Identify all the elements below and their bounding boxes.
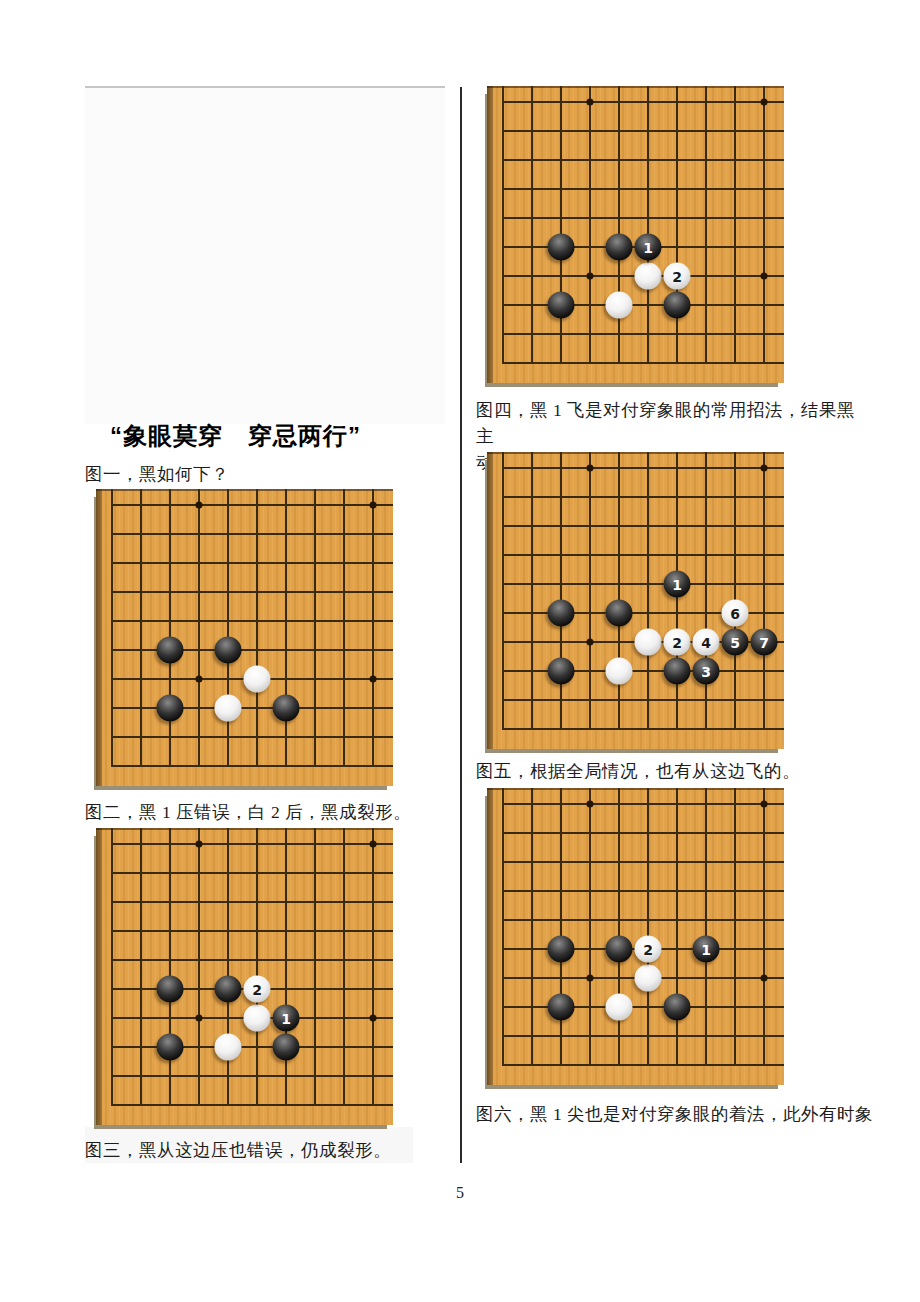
white-stone — [244, 1005, 271, 1032]
grid-line-vertical — [502, 788, 504, 1066]
grid-line-horizontal — [111, 765, 393, 767]
grid-line-horizontal — [502, 1006, 784, 1008]
caption-figure-2: 图二，黑 1 压错误，白 2 后，黑成裂形。 — [85, 799, 411, 825]
go-board-figure-1 — [96, 489, 393, 786]
grid-line-vertical — [676, 86, 678, 364]
grid-line-horizontal — [502, 130, 784, 132]
grid-line-horizontal — [502, 304, 784, 306]
grid-line-vertical — [676, 788, 678, 1066]
black-stone — [606, 234, 633, 261]
caption-figure-6: 图六，黑 1 尖也是对付穿象眼的着法，此外有时象 — [476, 1101, 873, 1127]
star-point — [587, 465, 594, 472]
star-point — [761, 273, 768, 280]
grid-line-horizontal — [502, 1064, 784, 1066]
black-stone — [606, 600, 633, 627]
grid-line-horizontal — [111, 1075, 393, 1077]
white-stone — [244, 666, 271, 693]
star-point — [196, 1015, 203, 1022]
grid-line-vertical — [647, 452, 649, 730]
stone-label: 2 — [252, 981, 262, 997]
star-point — [761, 801, 768, 808]
star-point — [587, 639, 594, 646]
grid-line-vertical — [560, 86, 562, 364]
star-point — [196, 676, 203, 683]
empty-figure-frame — [85, 86, 445, 424]
black-stone — [548, 994, 575, 1021]
star-point — [370, 502, 377, 509]
star-point — [370, 1015, 377, 1022]
caption-figure-3: 图三，黑从这边压也错误，仍成裂形。 — [85, 1137, 391, 1163]
grid-line-vertical — [647, 788, 649, 1066]
star-point — [761, 465, 768, 472]
black-stone — [215, 637, 242, 664]
stone-label: 1 — [281, 1010, 291, 1026]
grid-line-vertical — [531, 86, 533, 364]
column-divider — [460, 87, 462, 1163]
black-stone: 1 — [273, 1005, 300, 1032]
grid-line-vertical — [734, 452, 736, 730]
white-stone — [215, 1034, 242, 1061]
grid-line-horizontal — [502, 583, 784, 585]
black-stone — [157, 637, 184, 664]
document-page: “象眼莫穿 穿忌两行” 图一，黑如何下？ 图二，黑 1 压错误，白 2 后，黑成… — [0, 0, 920, 1302]
grid-line-horizontal — [111, 707, 393, 709]
star-point — [761, 975, 768, 982]
grid-line-vertical — [227, 489, 229, 767]
grid-line-vertical — [618, 452, 620, 730]
stone-label: 3 — [701, 663, 711, 679]
grid-line-vertical — [589, 86, 591, 364]
grid-line-vertical — [372, 489, 374, 767]
grid-line-horizontal — [502, 919, 784, 921]
grid-line-vertical — [705, 452, 707, 730]
black-stone — [157, 695, 184, 722]
board-left-edge — [487, 86, 493, 383]
grid-line-vertical — [314, 828, 316, 1106]
grid-line-horizontal — [502, 217, 784, 219]
black-stone — [548, 600, 575, 627]
black-stone — [664, 292, 691, 319]
grid-line-vertical — [618, 788, 620, 1066]
white-stone: 2 — [664, 263, 691, 290]
grid-line-horizontal — [502, 832, 784, 834]
black-stone — [606, 936, 633, 963]
grid-line-horizontal — [502, 861, 784, 863]
grid-line-vertical — [343, 828, 345, 1106]
grid-line-vertical — [734, 788, 736, 1066]
stone-label: 2 — [643, 941, 653, 957]
grid-line-vertical — [169, 489, 171, 767]
star-point — [587, 99, 594, 106]
white-stone: 6 — [722, 600, 749, 627]
black-stone — [548, 936, 575, 963]
star-point — [196, 502, 203, 509]
black-stone — [548, 234, 575, 261]
grid-line-horizontal — [111, 736, 393, 738]
grid-line-vertical — [343, 489, 345, 767]
grid-line-horizontal — [111, 620, 393, 622]
black-stone — [273, 695, 300, 722]
board-left-edge — [487, 788, 493, 1085]
grid-line-vertical — [256, 489, 258, 767]
black-stone — [548, 658, 575, 685]
stone-label: 2 — [672, 268, 682, 284]
black-stone: 1 — [635, 234, 662, 261]
caption-figure-5: 图五，根据全局情况，也有从这边飞的。 — [476, 758, 800, 784]
grid-line-horizontal — [502, 362, 784, 364]
go-board-figure-3: 12 — [487, 86, 784, 383]
stone-label: 1 — [643, 239, 653, 255]
grid-line-horizontal — [111, 843, 393, 845]
grid-line-vertical — [531, 452, 533, 730]
grid-line-vertical — [560, 452, 562, 730]
white-stone — [635, 965, 662, 992]
star-point — [761, 99, 768, 106]
grid-line-horizontal — [502, 670, 784, 672]
grid-line-horizontal — [502, 1035, 784, 1037]
white-stone: 2 — [635, 936, 662, 963]
grid-line-horizontal — [502, 159, 784, 161]
grid-line-vertical — [763, 788, 765, 1066]
grid-line-vertical — [372, 828, 374, 1106]
grid-line-horizontal — [111, 1104, 393, 1106]
stone-label: 2 — [672, 634, 682, 650]
grid-line-vertical — [198, 828, 200, 1106]
grid-line-horizontal — [111, 591, 393, 593]
page-number: 5 — [440, 1184, 480, 1202]
white-stone — [215, 695, 242, 722]
grid-line-horizontal — [502, 101, 784, 103]
white-stone — [606, 994, 633, 1021]
white-stone — [635, 263, 662, 290]
grid-line-vertical — [111, 828, 113, 1106]
white-stone: 2 — [664, 629, 691, 656]
white-stone: 4 — [693, 629, 720, 656]
grid-line-vertical — [705, 86, 707, 364]
board-left-edge — [487, 452, 493, 749]
grid-line-vertical — [256, 828, 258, 1106]
grid-line-horizontal — [502, 803, 784, 805]
black-stone — [273, 1034, 300, 1061]
grid-line-horizontal — [502, 467, 784, 469]
black-stone: 7 — [751, 629, 778, 656]
grid-line-horizontal — [111, 649, 393, 651]
stone-label: 1 — [701, 941, 711, 957]
stone-label: 7 — [759, 634, 769, 650]
grid-line-vertical — [763, 452, 765, 730]
grid-line-horizontal — [111, 901, 393, 903]
grid-line-vertical — [531, 788, 533, 1066]
grid-line-vertical — [589, 788, 591, 1066]
board-left-edge — [96, 489, 102, 786]
white-stone — [635, 629, 662, 656]
grid-line-horizontal — [502, 699, 784, 701]
page-title: “象眼莫穿 穿忌两行” — [110, 420, 361, 452]
black-stone — [664, 994, 691, 1021]
grid-line-horizontal — [502, 496, 784, 498]
grid-line-vertical — [314, 489, 316, 767]
grid-line-vertical — [705, 788, 707, 1066]
grid-line-vertical — [502, 86, 504, 364]
grid-line-vertical — [647, 86, 649, 364]
grid-line-horizontal — [502, 554, 784, 556]
go-board-figure-4: 1234567 — [487, 452, 784, 749]
black-stone: 5 — [722, 629, 749, 656]
white-stone — [606, 658, 633, 685]
grid-line-horizontal — [502, 333, 784, 335]
black-stone — [215, 976, 242, 1003]
grid-line-vertical — [560, 788, 562, 1066]
caption-figure-1: 图一，黑如何下？ — [85, 461, 229, 487]
grid-line-horizontal — [502, 728, 784, 730]
grid-line-horizontal — [111, 1046, 393, 1048]
white-stone — [606, 292, 633, 319]
grid-line-vertical — [285, 489, 287, 767]
grid-line-horizontal — [111, 562, 393, 564]
go-board-figure-5: 12 — [487, 788, 784, 1085]
black-stone — [664, 658, 691, 685]
grid-line-vertical — [589, 452, 591, 730]
white-stone: 2 — [244, 976, 271, 1003]
grid-line-vertical — [285, 828, 287, 1106]
grid-line-vertical — [618, 86, 620, 364]
stone-label: 1 — [672, 576, 682, 592]
caption-figure-4-line-1: 图四，黑 1 飞是对付穿象眼的常用招法，结果黑主 — [476, 397, 858, 449]
grid-line-vertical — [140, 489, 142, 767]
grid-line-horizontal — [111, 872, 393, 874]
grid-line-vertical — [227, 828, 229, 1106]
grid-line-vertical — [169, 828, 171, 1106]
black-stone — [157, 1034, 184, 1061]
grid-line-horizontal — [502, 525, 784, 527]
stone-label: 6 — [730, 605, 740, 621]
black-stone — [548, 292, 575, 319]
grid-line-horizontal — [111, 504, 393, 506]
grid-line-vertical — [198, 489, 200, 767]
grid-line-horizontal — [502, 890, 784, 892]
star-point — [196, 841, 203, 848]
grid-line-vertical — [734, 86, 736, 364]
grid-line-horizontal — [111, 959, 393, 961]
go-board-figure-2: 12 — [96, 828, 393, 1125]
black-stone: 1 — [693, 936, 720, 963]
grid-line-vertical — [763, 86, 765, 364]
grid-line-horizontal — [111, 533, 393, 535]
black-stone — [157, 976, 184, 1003]
grid-line-vertical — [140, 828, 142, 1106]
star-point — [370, 676, 377, 683]
black-stone: 1 — [664, 571, 691, 598]
grid-line-vertical — [111, 489, 113, 767]
grid-line-vertical — [502, 452, 504, 730]
board-left-edge — [96, 828, 102, 1125]
star-point — [370, 841, 377, 848]
grid-line-horizontal — [111, 930, 393, 932]
stone-label: 4 — [701, 634, 711, 650]
stone-label: 5 — [730, 634, 740, 650]
star-point — [587, 801, 594, 808]
star-point — [587, 975, 594, 982]
black-stone: 3 — [693, 658, 720, 685]
grid-line-horizontal — [502, 188, 784, 190]
star-point — [587, 273, 594, 280]
